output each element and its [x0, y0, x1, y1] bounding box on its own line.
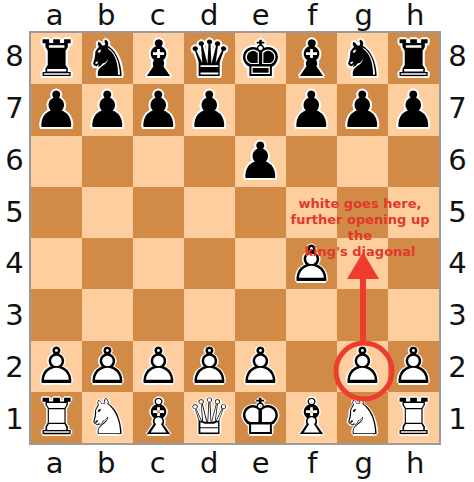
file-label-h: h: [390, 0, 442, 31]
file-label-b: b: [81, 0, 133, 31]
file-label-d: d: [184, 445, 236, 482]
piece-black-king[interactable]: ♚: [235, 33, 286, 84]
rank-label-5: 5: [0, 186, 29, 238]
square-d4[interactable]: [184, 238, 235, 289]
piece-white-rook[interactable]: ♜♖: [31, 392, 82, 443]
square-g1[interactable]: ♞♘: [337, 392, 388, 443]
file-label-a: a: [29, 445, 81, 482]
rank-label-1: 1: [441, 393, 474, 445]
file-label-f: f: [287, 0, 339, 31]
rank-label-6: 6: [0, 135, 29, 187]
square-c7[interactable]: ♟: [133, 84, 184, 135]
square-b8[interactable]: ♞: [82, 33, 133, 84]
piece-black-pawn[interactable]: ♟: [388, 84, 439, 135]
board-grid: ♜♞♝♛♚♝♞♜♟♟♟♟♟♟♟♟♟♙♟♙♟♙♟♙♟♙♟♙♟♙♟♙♜♖♞♘♝♗♛♕…: [31, 33, 439, 443]
square-b7[interactable]: ♟: [82, 84, 133, 135]
square-b5[interactable]: [82, 187, 133, 238]
square-a7[interactable]: ♟: [31, 84, 82, 135]
square-f3[interactable]: [286, 289, 337, 340]
rank-label-3: 3: [441, 290, 474, 342]
rank-labels-right: 87654321: [441, 31, 474, 445]
square-d7[interactable]: ♟: [184, 84, 235, 135]
square-f5[interactable]: [286, 187, 337, 238]
square-e4[interactable]: [235, 238, 286, 289]
square-c5[interactable]: [133, 187, 184, 238]
piece-black-knight[interactable]: ♞: [337, 33, 388, 84]
piece-white-pawn[interactable]: ♟♙: [235, 341, 286, 392]
rank-label-8: 8: [0, 31, 29, 83]
piece-black-rook[interactable]: ♜: [31, 33, 82, 84]
square-e7[interactable]: [235, 84, 286, 135]
square-b2[interactable]: ♟♙: [82, 341, 133, 392]
piece-white-king[interactable]: ♚♔: [235, 392, 286, 443]
square-h6[interactable]: [388, 136, 439, 187]
square-c8[interactable]: ♝: [133, 33, 184, 84]
square-g5[interactable]: [337, 187, 388, 238]
rank-label-7: 7: [0, 83, 29, 135]
file-label-g: g: [338, 445, 390, 482]
piece-black-bishop[interactable]: ♝: [286, 33, 337, 84]
piece-black-pawn[interactable]: ♟: [184, 84, 235, 135]
square-h1[interactable]: ♜♖: [388, 392, 439, 443]
square-b3[interactable]: [82, 289, 133, 340]
square-c2[interactable]: ♟♙: [133, 341, 184, 392]
piece-black-pawn[interactable]: ♟: [31, 84, 82, 135]
piece-white-knight[interactable]: ♞♘: [82, 392, 133, 443]
rank-label-2: 2: [441, 342, 474, 394]
square-d1[interactable]: ♛♕: [184, 392, 235, 443]
file-label-b: b: [81, 445, 133, 482]
rank-label-5: 5: [441, 186, 474, 238]
file-labels-top: abcdefgh: [29, 0, 441, 31]
square-c3[interactable]: [133, 289, 184, 340]
piece-black-pawn[interactable]: ♟: [235, 136, 286, 187]
square-e5[interactable]: [235, 187, 286, 238]
rank-label-2: 2: [0, 342, 29, 394]
piece-white-rook[interactable]: ♜♖: [388, 392, 439, 443]
chess-board: ♜♞♝♛♚♝♞♜♟♟♟♟♟♟♟♟♟♙♟♙♟♙♟♙♟♙♟♙♟♙♟♙♜♖♞♘♝♗♛♕…: [29, 31, 441, 445]
piece-white-pawn[interactable]: ♟♙: [133, 341, 184, 392]
piece-black-knight[interactable]: ♞: [82, 33, 133, 84]
piece-white-pawn[interactable]: ♟♙: [31, 341, 82, 392]
square-c1[interactable]: ♝♗: [133, 392, 184, 443]
square-f2[interactable]: [286, 341, 337, 392]
piece-black-pawn[interactable]: ♟: [337, 84, 388, 135]
piece-white-bishop[interactable]: ♝♗: [133, 392, 184, 443]
square-g4[interactable]: [337, 238, 388, 289]
piece-black-bishop[interactable]: ♝: [133, 33, 184, 84]
file-label-g: g: [338, 0, 390, 31]
square-g3[interactable]: [337, 289, 388, 340]
square-b4[interactable]: [82, 238, 133, 289]
piece-black-pawn[interactable]: ♟: [82, 84, 133, 135]
square-h5[interactable]: [388, 187, 439, 238]
square-a5[interactable]: [31, 187, 82, 238]
square-a6[interactable]: [31, 136, 82, 187]
square-g7[interactable]: ♟: [337, 84, 388, 135]
piece-white-queen[interactable]: ♛♕: [184, 392, 235, 443]
square-d5[interactable]: [184, 187, 235, 238]
file-label-a: a: [29, 0, 81, 31]
file-label-c: c: [132, 0, 184, 31]
file-label-c: c: [132, 445, 184, 482]
square-h7[interactable]: ♟: [388, 84, 439, 135]
rank-label-1: 1: [0, 393, 29, 445]
square-c6[interactable]: [133, 136, 184, 187]
piece-white-pawn[interactable]: ♟♙: [184, 341, 235, 392]
square-b1[interactable]: ♞♘: [82, 392, 133, 443]
square-d3[interactable]: [184, 289, 235, 340]
square-d8[interactable]: ♛: [184, 33, 235, 84]
piece-white-bishop[interactable]: ♝♗: [286, 392, 337, 443]
square-a3[interactable]: [31, 289, 82, 340]
square-d2[interactable]: ♟♙: [184, 341, 235, 392]
piece-black-pawn[interactable]: ♟: [286, 84, 337, 135]
square-a8[interactable]: ♜: [31, 33, 82, 84]
square-g2[interactable]: ♟♙: [337, 341, 388, 392]
square-f6[interactable]: [286, 136, 337, 187]
rank-label-7: 7: [441, 83, 474, 135]
square-h3[interactable]: [388, 289, 439, 340]
square-b6[interactable]: [82, 136, 133, 187]
square-e8[interactable]: ♚: [235, 33, 286, 84]
square-a1[interactable]: ♜♖: [31, 392, 82, 443]
square-e1[interactable]: ♚♔: [235, 392, 286, 443]
square-h2[interactable]: ♟♙: [388, 341, 439, 392]
rank-label-3: 3: [0, 290, 29, 342]
square-e3[interactable]: [235, 289, 286, 340]
file-label-e: e: [235, 445, 287, 482]
rank-label-4: 4: [441, 238, 474, 290]
square-a4[interactable]: [31, 238, 82, 289]
square-g6[interactable]: [337, 136, 388, 187]
chess-diagram: abcdefgh 87654321 87654321 abcdefgh ♜♞♝♛…: [0, 0, 474, 482]
piece-white-pawn[interactable]: ♟♙: [388, 341, 439, 392]
piece-white-pawn[interactable]: ♟♙: [337, 341, 388, 392]
square-f1[interactable]: ♝♗: [286, 392, 337, 443]
rank-labels-left: 87654321: [0, 31, 29, 445]
square-e2[interactable]: ♟♙: [235, 341, 286, 392]
piece-black-queen[interactable]: ♛: [184, 33, 235, 84]
file-label-d: d: [184, 0, 236, 31]
rank-label-8: 8: [441, 31, 474, 83]
square-g8[interactable]: ♞: [337, 33, 388, 84]
rank-label-6: 6: [441, 135, 474, 187]
piece-white-knight[interactable]: ♞♘: [337, 392, 388, 443]
square-e6[interactable]: ♟: [235, 136, 286, 187]
file-label-e: e: [235, 0, 287, 31]
file-label-f: f: [287, 445, 339, 482]
piece-white-pawn[interactable]: ♟♙: [286, 238, 337, 289]
piece-white-pawn[interactable]: ♟♙: [82, 341, 133, 392]
piece-black-rook[interactable]: ♜: [388, 33, 439, 84]
file-label-h: h: [390, 445, 442, 482]
square-f4[interactable]: ♟♙: [286, 238, 337, 289]
square-f7[interactable]: ♟: [286, 84, 337, 135]
file-labels-bottom: abcdefgh: [29, 445, 441, 482]
square-d6[interactable]: [184, 136, 235, 187]
square-f8[interactable]: ♝: [286, 33, 337, 84]
square-c4[interactable]: [133, 238, 184, 289]
square-h8[interactable]: ♜: [388, 33, 439, 84]
square-a2[interactable]: ♟♙: [31, 341, 82, 392]
rank-label-4: 4: [0, 238, 29, 290]
piece-black-pawn[interactable]: ♟: [133, 84, 184, 135]
square-h4[interactable]: [388, 238, 439, 289]
